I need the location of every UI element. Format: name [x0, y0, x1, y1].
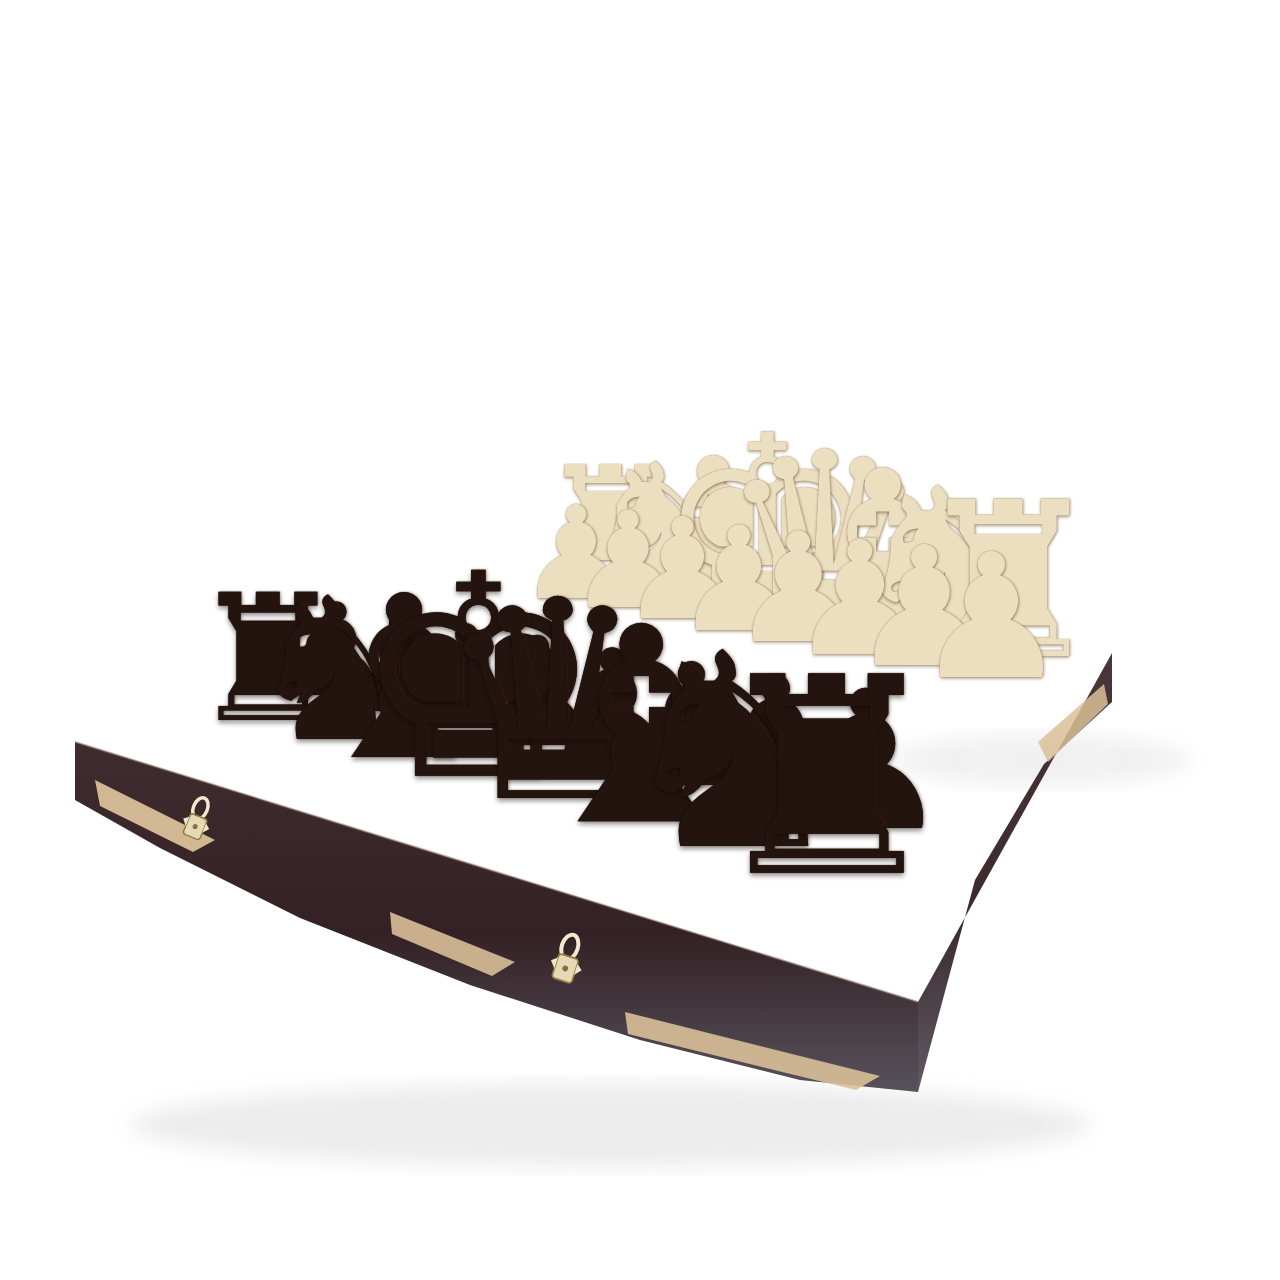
product-photo-stage: AABBCCDDEEFFGGHH1122334455667788 ♜♞♟♝♟♚♟…	[0, 0, 1280, 1280]
pieces-layer: ♜♞♟♝♟♚♟♛♟♝♟♞♟♜♟♟♟♟♜♟♞♟♝♟♚♟♛♟♝♟♞♜	[0, 0, 1280, 1280]
black-rook-h1[interactable]: ♜	[705, 642, 950, 915]
